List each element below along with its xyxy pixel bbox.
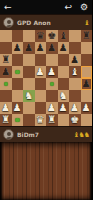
square-f5[interactable] [58, 66, 70, 78]
move-dot-a4[interactable] [4, 82, 9, 87]
square-d1[interactable]: ♛ [35, 114, 47, 126]
square-c7[interactable]: ♟ [23, 42, 35, 54]
piece-white-pawn[interactable]: ♟ [69, 102, 81, 114]
square-g8[interactable] [69, 30, 81, 42]
square-d2[interactable] [35, 102, 47, 114]
piece-white-queen[interactable]: ♛ [35, 114, 47, 126]
piece-white-pawn[interactable]: ♟ [0, 102, 12, 114]
piece-black-pawn[interactable]: ♟ [0, 66, 12, 78]
square-g4[interactable] [69, 78, 81, 90]
piece-black-pawn[interactable]: ♟ [46, 42, 58, 54]
move-dot-e4[interactable] [50, 82, 55, 87]
square-d7[interactable]: ♟ [35, 42, 47, 54]
square-c4[interactable] [23, 78, 35, 90]
toolbar: ← ↩ ⚙ [0, 0, 92, 14]
piece-white-pawn[interactable]: ♟ [46, 66, 58, 78]
square-b1[interactable] [12, 114, 24, 126]
player-name: BiDm7 [17, 131, 39, 138]
piece-black-pawn[interactable]: ♟ [58, 42, 70, 54]
piece-black-pawn[interactable]: ♟ [69, 54, 81, 66]
square-a8[interactable] [0, 30, 12, 42]
square-g2[interactable]: ♟ [69, 102, 81, 114]
wood-background [0, 142, 92, 200]
square-f3[interactable]: ♞ [58, 90, 70, 102]
undo-icon[interactable]: ↩ [64, 0, 72, 14]
settings-icon[interactable]: ⚙ [80, 0, 88, 14]
square-g7[interactable] [69, 42, 81, 54]
square-b2[interactable]: ♟ [12, 102, 24, 114]
piece-black-bishop[interactable]: ♝ [58, 30, 70, 42]
piece-black-pawn[interactable]: ♟ [35, 42, 47, 54]
square-b7[interactable]: ♟ [12, 42, 24, 54]
square-f2[interactable]: ♟ [58, 102, 70, 114]
opponent-name: GPD Anon [17, 19, 51, 26]
square-e6[interactable] [46, 54, 58, 66]
piece-black-pawn[interactable]: ♟ [23, 42, 35, 54]
piece-white-pawn[interactable]: ♟ [12, 102, 24, 114]
piece-white-pawn[interactable]: ♟ [81, 102, 93, 114]
piece-white-knight[interactable]: ♞ [58, 90, 70, 102]
square-h2[interactable]: ♟ [81, 102, 93, 114]
piece-black-rook[interactable]: ♜ [0, 54, 12, 66]
player-captured-pieces: ♝♞♞ [73, 131, 89, 139]
square-c8[interactable] [23, 30, 35, 42]
square-d3[interactable] [35, 90, 47, 102]
square-f1[interactable] [58, 114, 70, 126]
piece-white-pawn[interactable]: ♟ [58, 102, 70, 114]
square-b5[interactable] [12, 66, 24, 78]
square-f8[interactable]: ♝ [58, 30, 70, 42]
player-bar: BiDm7 ♝♞♞ [0, 126, 92, 142]
square-b6[interactable] [12, 54, 24, 66]
square-h1[interactable] [81, 114, 93, 126]
move-dot-b5[interactable] [15, 70, 20, 75]
square-h5[interactable] [81, 66, 93, 78]
square-f6[interactable] [58, 54, 70, 66]
opponent-captured-pieces: ♝ [84, 19, 89, 27]
opponent-avatar[interactable] [3, 17, 14, 28]
piece-white-king[interactable]: ♚ [69, 114, 81, 126]
chess-app-screen: ← ↩ ⚙ GPD Anon ♝ ♛♚♝♜♟♟♟♟♟♜♟♟♟♟♝♟♞♞♟♟♟♟♟… [0, 0, 92, 200]
square-g5[interactable]: ♝ [69, 66, 81, 78]
square-h8[interactable]: ♜ [81, 30, 93, 42]
square-c2[interactable] [23, 102, 35, 114]
piece-white-knight[interactable]: ♞ [23, 90, 35, 102]
square-d8[interactable]: ♛ [35, 30, 47, 42]
piece-white-rook[interactable]: ♜ [0, 114, 12, 126]
chess-board[interactable]: ♛♚♝♜♟♟♟♟♟♜♟♟♟♟♝♟♞♞♟♟♟♟♟♟♜♛♜♚ [0, 30, 92, 126]
square-f4[interactable] [58, 78, 70, 90]
square-e3[interactable] [46, 90, 58, 102]
player-avatar[interactable] [3, 129, 14, 140]
piece-black-king[interactable]: ♚ [46, 30, 58, 42]
square-e4[interactable] [46, 78, 58, 90]
square-d4[interactable] [35, 78, 47, 90]
square-c5[interactable] [23, 66, 35, 78]
square-g1[interactable]: ♚ [69, 114, 81, 126]
square-b4[interactable] [12, 78, 24, 90]
piece-white-pawn[interactable]: ♟ [35, 66, 47, 78]
back-icon[interactable]: ← [4, 0, 12, 14]
square-c6[interactable] [23, 54, 35, 66]
opponent-player-bar: GPD Anon ♝ [0, 14, 92, 30]
square-b8[interactable] [12, 30, 24, 42]
piece-white-pawn[interactable]: ♟ [46, 102, 58, 114]
piece-white-rook[interactable]: ♜ [46, 114, 58, 126]
square-d6[interactable] [35, 54, 47, 66]
square-a6[interactable]: ♜ [0, 54, 12, 66]
piece-white-bishop[interactable]: ♝ [69, 66, 81, 78]
square-h6[interactable] [81, 54, 93, 66]
piece-black-queen[interactable]: ♛ [35, 30, 47, 42]
square-a5[interactable]: ♟ [0, 66, 12, 78]
square-a7[interactable] [0, 42, 12, 54]
piece-black-rook[interactable]: ♜ [81, 30, 93, 42]
square-e2[interactable]: ♟ [46, 102, 58, 114]
move-dot-b1[interactable] [15, 118, 20, 123]
square-e8[interactable]: ♚ [46, 30, 58, 42]
square-f7[interactable]: ♟ [58, 42, 70, 54]
square-c1[interactable] [23, 114, 35, 126]
square-a4[interactable] [0, 78, 12, 90]
square-b3[interactable] [12, 90, 24, 102]
square-e5[interactable]: ♟ [46, 66, 58, 78]
square-g3[interactable] [69, 90, 81, 102]
square-c3[interactable]: ♞ [23, 90, 35, 102]
square-e7[interactable]: ♟ [46, 42, 58, 54]
square-e1[interactable]: ♜ [46, 114, 58, 126]
square-a1[interactable]: ♜ [0, 114, 12, 126]
square-d5[interactable]: ♟ [35, 66, 47, 78]
square-a2[interactable]: ♟ [0, 102, 12, 114]
square-h3[interactable] [81, 90, 93, 102]
piece-black-pawn[interactable]: ♟ [12, 42, 24, 54]
piece-black-pawn[interactable]: ♟ [81, 78, 93, 90]
square-a3[interactable] [0, 90, 12, 102]
square-h4[interactable]: ♟ [81, 78, 93, 90]
square-h7[interactable] [81, 42, 93, 54]
square-g6[interactable]: ♟ [69, 54, 81, 66]
